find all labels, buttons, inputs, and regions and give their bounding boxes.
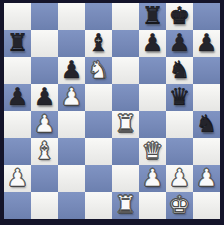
square-a5[interactable]: ♟ xyxy=(4,84,31,111)
white-pawn-h2[interactable]: ♟ xyxy=(196,166,218,190)
white-pawn-g2[interactable]: ♟ xyxy=(169,166,191,190)
white-king-g1[interactable]: ♚ xyxy=(169,193,191,217)
black-king-g8[interactable]: ♚ xyxy=(169,4,191,28)
square-g1[interactable]: ♚ xyxy=(166,192,193,219)
square-e2[interactable] xyxy=(112,165,139,192)
black-knight-g6[interactable]: ♞ xyxy=(169,58,191,82)
square-f2[interactable]: ♟ xyxy=(139,165,166,192)
square-e5[interactable] xyxy=(112,84,139,111)
square-b1[interactable] xyxy=(31,192,58,219)
square-g2[interactable]: ♟ xyxy=(166,165,193,192)
black-rook-f8[interactable]: ♜ xyxy=(142,4,164,28)
black-pawn-g7[interactable]: ♟ xyxy=(169,31,191,55)
square-e3[interactable] xyxy=(112,138,139,165)
square-f6[interactable] xyxy=(139,57,166,84)
square-h6[interactable] xyxy=(193,57,220,84)
black-pawn-h7[interactable]: ♟ xyxy=(196,31,218,55)
white-rook-e4[interactable]: ♜ xyxy=(115,112,137,136)
square-a2[interactable]: ♟ xyxy=(4,165,31,192)
white-rook-e1[interactable]: ♜ xyxy=(115,193,137,217)
square-e4[interactable]: ♜ xyxy=(112,111,139,138)
square-h3[interactable] xyxy=(193,138,220,165)
square-f1[interactable] xyxy=(139,192,166,219)
black-queen-g5[interactable]: ♛ xyxy=(169,85,191,109)
white-knight-d6[interactable]: ♞ xyxy=(88,58,110,82)
square-a4[interactable] xyxy=(4,111,31,138)
board-frame: ♜♚♜♝♟♟♟♟♞♞♟♟♟♛♟♜♞♝♛♟♟♟♟♜♚ xyxy=(0,0,224,225)
square-b5[interactable]: ♟ xyxy=(31,84,58,111)
square-c1[interactable] xyxy=(58,192,85,219)
square-d3[interactable] xyxy=(85,138,112,165)
square-e7[interactable] xyxy=(112,30,139,57)
square-b8[interactable] xyxy=(31,3,58,30)
white-pawn-a2[interactable]: ♟ xyxy=(7,166,29,190)
square-h5[interactable] xyxy=(193,84,220,111)
white-pawn-b4[interactable]: ♟ xyxy=(34,112,56,136)
white-bishop-b3[interactable]: ♝ xyxy=(34,139,56,163)
square-f3[interactable]: ♛ xyxy=(139,138,166,165)
white-pawn-c5[interactable]: ♟ xyxy=(61,85,83,109)
square-b7[interactable] xyxy=(31,30,58,57)
square-g4[interactable] xyxy=(166,111,193,138)
square-d6[interactable]: ♞ xyxy=(85,57,112,84)
black-pawn-c6[interactable]: ♟ xyxy=(61,58,83,82)
square-a3[interactable] xyxy=(4,138,31,165)
square-e1[interactable]: ♜ xyxy=(112,192,139,219)
square-h2[interactable]: ♟ xyxy=(193,165,220,192)
square-e6[interactable] xyxy=(112,57,139,84)
chess-board: ♜♚♜♝♟♟♟♟♞♞♟♟♟♛♟♜♞♝♛♟♟♟♟♜♚ xyxy=(4,3,220,219)
square-d5[interactable] xyxy=(85,84,112,111)
square-c5[interactable]: ♟ xyxy=(58,84,85,111)
square-b3[interactable]: ♝ xyxy=(31,138,58,165)
square-d2[interactable] xyxy=(85,165,112,192)
black-rook-a7[interactable]: ♜ xyxy=(7,31,29,55)
square-a1[interactable] xyxy=(4,192,31,219)
square-b6[interactable] xyxy=(31,57,58,84)
square-d7[interactable]: ♝ xyxy=(85,30,112,57)
square-h4[interactable]: ♞ xyxy=(193,111,220,138)
square-c4[interactable] xyxy=(58,111,85,138)
square-d1[interactable] xyxy=(85,192,112,219)
square-a8[interactable] xyxy=(4,3,31,30)
square-e8[interactable] xyxy=(112,3,139,30)
square-a6[interactable] xyxy=(4,57,31,84)
square-f4[interactable] xyxy=(139,111,166,138)
square-c2[interactable] xyxy=(58,165,85,192)
square-d4[interactable] xyxy=(85,111,112,138)
black-pawn-f7[interactable]: ♟ xyxy=(142,31,164,55)
square-g6[interactable]: ♞ xyxy=(166,57,193,84)
square-f5[interactable] xyxy=(139,84,166,111)
black-pawn-a5[interactable]: ♟ xyxy=(7,85,29,109)
square-d8[interactable] xyxy=(85,3,112,30)
square-h1[interactable] xyxy=(193,192,220,219)
square-a7[interactable]: ♜ xyxy=(4,30,31,57)
square-f7[interactable]: ♟ xyxy=(139,30,166,57)
white-queen-f3[interactable]: ♛ xyxy=(142,139,164,163)
square-c7[interactable] xyxy=(58,30,85,57)
black-knight-h4[interactable]: ♞ xyxy=(196,112,218,136)
square-c6[interactable]: ♟ xyxy=(58,57,85,84)
white-pawn-f2[interactable]: ♟ xyxy=(142,166,164,190)
square-h7[interactable]: ♟ xyxy=(193,30,220,57)
square-c3[interactable] xyxy=(58,138,85,165)
square-g8[interactable]: ♚ xyxy=(166,3,193,30)
black-pawn-b5[interactable]: ♟ xyxy=(34,85,56,109)
square-g3[interactable] xyxy=(166,138,193,165)
square-b2[interactable] xyxy=(31,165,58,192)
square-h8[interactable] xyxy=(193,3,220,30)
square-b4[interactable]: ♟ xyxy=(31,111,58,138)
square-g5[interactable]: ♛ xyxy=(166,84,193,111)
square-g7[interactable]: ♟ xyxy=(166,30,193,57)
square-f8[interactable]: ♜ xyxy=(139,3,166,30)
black-bishop-d7[interactable]: ♝ xyxy=(88,31,110,55)
square-c8[interactable] xyxy=(58,3,85,30)
